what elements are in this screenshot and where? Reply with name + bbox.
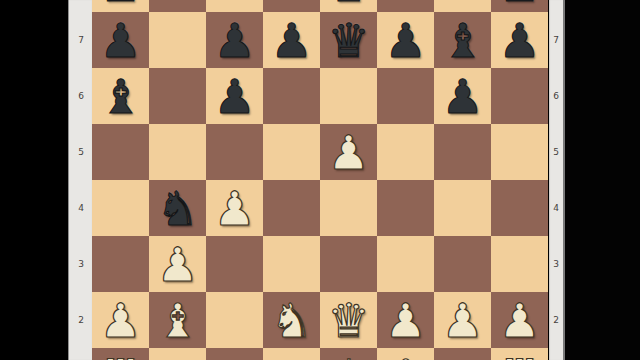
square-c8[interactable]: [206, 0, 263, 12]
square-b2[interactable]: ♝: [149, 292, 206, 348]
piece-white-king[interactable]: ♚: [320, 348, 377, 360]
piece-black-pawn[interactable]: ♟: [434, 68, 491, 124]
piece-white-bishop[interactable]: ♝: [149, 292, 206, 348]
rank-label-left-6: 6: [69, 91, 93, 102]
piece-white-knight[interactable]: ♞: [263, 292, 320, 348]
square-g8[interactable]: [434, 0, 491, 12]
piece-white-pawn[interactable]: ♟: [377, 292, 434, 348]
square-f8[interactable]: [377, 0, 434, 12]
square-c6[interactable]: ♟: [206, 68, 263, 124]
square-e5[interactable]: ♟: [320, 124, 377, 180]
piece-black-queen[interactable]: ♛: [320, 12, 377, 68]
letterbox-left: [0, 0, 68, 360]
piece-black-pawn[interactable]: ♟: [206, 12, 263, 68]
piece-black-bishop[interactable]: ♝: [434, 12, 491, 68]
square-g7[interactable]: ♝: [434, 12, 491, 68]
rank-label-right-3: 3: [549, 259, 563, 270]
square-g4[interactable]: [434, 180, 491, 236]
square-h6[interactable]: [491, 68, 548, 124]
piece-white-rook[interactable]: ♜: [491, 348, 548, 360]
square-a2[interactable]: ♟: [92, 292, 149, 348]
square-f3[interactable]: [377, 236, 434, 292]
rank-label-left-2: 2: [69, 315, 93, 326]
square-h5[interactable]: [491, 124, 548, 180]
square-f1[interactable]: ♝: [377, 348, 434, 360]
piece-black-pawn[interactable]: ♟: [92, 12, 149, 68]
square-g5[interactable]: [434, 124, 491, 180]
rank-label-left-7: 7: [69, 35, 93, 46]
square-h7[interactable]: ♟: [491, 12, 548, 68]
letterbox-right: [565, 0, 640, 360]
rank-label-left-3: 3: [69, 259, 93, 270]
piece-black-king[interactable]: ♚: [320, 0, 377, 12]
piece-white-queen[interactable]: ♛: [320, 292, 377, 348]
square-e1[interactable]: ♚: [320, 348, 377, 360]
square-f2[interactable]: ♟: [377, 292, 434, 348]
board-viewport: ♜♚♜♟♟♟♛♟♝♟♝♟♟♟♞♟♟♟♝♞♛♟♟♟♜♚♝♜: [92, 0, 549, 360]
piece-black-pawn[interactable]: ♟: [377, 12, 434, 68]
square-g6[interactable]: ♟: [434, 68, 491, 124]
square-g2[interactable]: ♟: [434, 292, 491, 348]
piece-white-pawn[interactable]: ♟: [434, 292, 491, 348]
square-d1[interactable]: [263, 348, 320, 360]
square-d5[interactable]: [263, 124, 320, 180]
square-g1[interactable]: [434, 348, 491, 360]
piece-white-pawn[interactable]: ♟: [92, 292, 149, 348]
square-b3[interactable]: ♟: [149, 236, 206, 292]
square-b1[interactable]: [149, 348, 206, 360]
square-a8[interactable]: ♜: [92, 0, 149, 12]
piece-black-bishop[interactable]: ♝: [92, 68, 149, 124]
square-h1[interactable]: ♜: [491, 348, 548, 360]
square-d2[interactable]: ♞: [263, 292, 320, 348]
square-e4[interactable]: [320, 180, 377, 236]
square-d3[interactable]: [263, 236, 320, 292]
piece-black-rook[interactable]: ♜: [491, 0, 548, 12]
square-b4[interactable]: ♞: [149, 180, 206, 236]
piece-black-knight[interactable]: ♞: [149, 180, 206, 236]
square-c2[interactable]: [206, 292, 263, 348]
square-d8[interactable]: [263, 0, 320, 12]
square-e7[interactable]: ♛: [320, 12, 377, 68]
square-a5[interactable]: [92, 124, 149, 180]
square-e8[interactable]: ♚: [320, 0, 377, 12]
square-a7[interactable]: ♟: [92, 12, 149, 68]
square-f7[interactable]: ♟: [377, 12, 434, 68]
rank-label-right-2: 2: [549, 315, 563, 326]
piece-black-rook[interactable]: ♜: [92, 0, 149, 12]
square-a6[interactable]: ♝: [92, 68, 149, 124]
square-f4[interactable]: [377, 180, 434, 236]
rank-label-right-6: 6: [549, 91, 563, 102]
square-h3[interactable]: [491, 236, 548, 292]
rank-label-right-7: 7: [549, 35, 563, 46]
square-a4[interactable]: [92, 180, 149, 236]
piece-white-rook[interactable]: ♜: [92, 348, 149, 360]
piece-black-pawn[interactable]: ♟: [491, 12, 548, 68]
square-c4[interactable]: ♟: [206, 180, 263, 236]
piece-white-pawn[interactable]: ♟: [320, 124, 377, 180]
square-h4[interactable]: [491, 180, 548, 236]
rank-label-left-5: 5: [69, 147, 93, 158]
square-e3[interactable]: [320, 236, 377, 292]
rank-labels-left-strip: 765432: [68, 0, 93, 360]
rank-label-right-5: 5: [549, 147, 563, 158]
chess-board: ♜♚♜♟♟♟♛♟♝♟♝♟♟♟♞♟♟♟♝♞♛♟♟♟♜♚♝♜: [92, 0, 548, 360]
square-b7[interactable]: [149, 12, 206, 68]
piece-black-pawn[interactable]: ♟: [263, 12, 320, 68]
square-e6[interactable]: [320, 68, 377, 124]
square-b6[interactable]: [149, 68, 206, 124]
square-a1[interactable]: ♜: [92, 348, 149, 360]
piece-black-pawn[interactable]: ♟: [206, 68, 263, 124]
square-f5[interactable]: [377, 124, 434, 180]
piece-white-bishop[interactable]: ♝: [377, 348, 434, 360]
square-b5[interactable]: [149, 124, 206, 180]
piece-white-pawn[interactable]: ♟: [491, 292, 548, 348]
rank-label-right-4: 4: [549, 203, 563, 214]
square-a3[interactable]: [92, 236, 149, 292]
square-g3[interactable]: [434, 236, 491, 292]
square-c7[interactable]: ♟: [206, 12, 263, 68]
square-e2[interactable]: ♛: [320, 292, 377, 348]
rank-labels-right-strip: 765432: [549, 0, 565, 360]
piece-white-pawn[interactable]: ♟: [149, 236, 206, 292]
square-h2[interactable]: ♟: [491, 292, 548, 348]
square-d7[interactable]: ♟: [263, 12, 320, 68]
square-c5[interactable]: [206, 124, 263, 180]
square-f6[interactable]: [377, 68, 434, 124]
piece-white-pawn[interactable]: ♟: [206, 180, 263, 236]
video-frame: 765432 ♜♚♜♟♟♟♛♟♝♟♝♟♟♟♞♟♟♟♝♞♛♟♟♟♜♚♝♜ 7654…: [0, 0, 640, 360]
square-d4[interactable]: [263, 180, 320, 236]
square-h8[interactable]: ♜: [491, 0, 548, 12]
square-c1[interactable]: [206, 348, 263, 360]
square-c3[interactable]: [206, 236, 263, 292]
square-b8[interactable]: [149, 0, 206, 12]
rank-label-left-4: 4: [69, 203, 93, 214]
square-d6[interactable]: [263, 68, 320, 124]
